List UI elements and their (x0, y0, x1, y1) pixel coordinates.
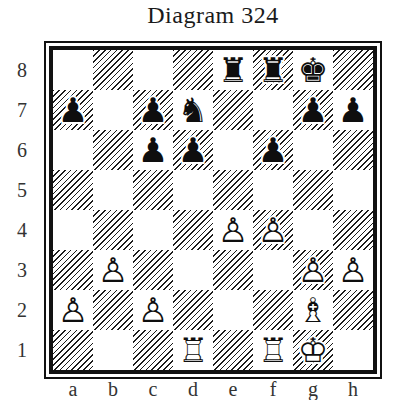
square-a5[interactable] (53, 170, 93, 210)
square-f2[interactable] (253, 290, 293, 330)
white-pawn[interactable]: ♟♙ (293, 250, 333, 290)
white-bishop[interactable]: ♝♗ (293, 290, 333, 330)
square-f7[interactable] (253, 90, 293, 130)
square-h4[interactable] (333, 210, 373, 250)
square-d5[interactable] (173, 170, 213, 210)
white-pawn[interactable]: ♟♙ (213, 210, 253, 250)
black-pawn[interactable]: ♟ (293, 90, 333, 130)
board-frame: ♜♜♚♟♟♞♟♟♟♟♟♟♙♟♙♟♙♟♙♟♙♟♙♟♙♝♗♜♖♜♖♚♔ (49, 46, 377, 374)
square-a4[interactable] (53, 210, 93, 250)
square-f4[interactable]: ♟♙ (253, 210, 293, 250)
square-h6[interactable] (333, 130, 373, 170)
white-rook[interactable]: ♜♖ (173, 330, 213, 370)
square-b6[interactable] (93, 130, 133, 170)
rank-label-8: 8 (8, 50, 36, 90)
square-a1[interactable] (53, 330, 93, 370)
black-rook[interactable]: ♜ (213, 50, 253, 90)
white-pawn[interactable]: ♟♙ (253, 210, 293, 250)
square-f1[interactable]: ♜♖ (253, 330, 293, 370)
square-d2[interactable] (173, 290, 213, 330)
square-f8[interactable]: ♜ (253, 50, 293, 90)
rank-label-2: 2 (8, 290, 36, 330)
square-h8[interactable] (333, 50, 373, 90)
square-e2[interactable] (213, 290, 253, 330)
square-a2[interactable]: ♟♙ (53, 290, 93, 330)
square-a7[interactable]: ♟ (53, 90, 93, 130)
file-labels: abcdefgh (53, 377, 373, 400)
square-b1[interactable] (93, 330, 133, 370)
square-c5[interactable] (133, 170, 173, 210)
rank-label-7: 7 (8, 90, 36, 130)
square-c2[interactable]: ♟♙ (133, 290, 173, 330)
black-pawn[interactable]: ♟ (333, 90, 373, 130)
square-d4[interactable] (173, 210, 213, 250)
square-c8[interactable] (133, 50, 173, 90)
square-g8[interactable]: ♚ (293, 50, 333, 90)
white-pawn[interactable]: ♟♙ (333, 250, 373, 290)
file-label-e: e (213, 377, 253, 400)
square-c7[interactable]: ♟ (133, 90, 173, 130)
chess-board: ♜♜♚♟♟♞♟♟♟♟♟♟♙♟♙♟♙♟♙♟♙♟♙♟♙♝♗♜♖♜♖♚♔ (44, 41, 382, 379)
file-label-a: a (53, 377, 93, 400)
white-rook[interactable]: ♜♖ (253, 330, 293, 370)
black-pawn[interactable]: ♟ (133, 130, 173, 170)
black-king[interactable]: ♚ (293, 50, 333, 90)
square-e7[interactable] (213, 90, 253, 130)
square-e6[interactable] (213, 130, 253, 170)
diagram-title: Diagram 324 (44, 2, 382, 29)
square-e4[interactable]: ♟♙ (213, 210, 253, 250)
square-g1[interactable]: ♚♔ (293, 330, 333, 370)
square-a6[interactable] (53, 130, 93, 170)
square-b7[interactable] (93, 90, 133, 130)
square-d6[interactable]: ♟ (173, 130, 213, 170)
file-label-d: d (173, 377, 213, 400)
square-f3[interactable] (253, 250, 293, 290)
rank-label-5: 5 (8, 170, 36, 210)
white-pawn[interactable]: ♟♙ (133, 290, 173, 330)
square-g5[interactable] (293, 170, 333, 210)
square-h3[interactable]: ♟♙ (333, 250, 373, 290)
square-d1[interactable]: ♜♖ (173, 330, 213, 370)
square-h7[interactable]: ♟ (333, 90, 373, 130)
black-pawn[interactable]: ♟ (173, 130, 213, 170)
rank-label-3: 3 (8, 250, 36, 290)
file-label-b: b (93, 377, 133, 400)
square-e1[interactable] (213, 330, 253, 370)
rank-label-6: 6 (8, 130, 36, 170)
file-label-h: h (333, 377, 373, 400)
square-b3[interactable]: ♟♙ (93, 250, 133, 290)
square-d8[interactable] (173, 50, 213, 90)
square-d3[interactable] (173, 250, 213, 290)
square-h5[interactable] (333, 170, 373, 210)
square-h2[interactable] (333, 290, 373, 330)
square-b2[interactable] (93, 290, 133, 330)
square-a8[interactable] (53, 50, 93, 90)
square-e8[interactable]: ♜ (213, 50, 253, 90)
black-pawn[interactable]: ♟ (133, 90, 173, 130)
rank-label-1: 1 (8, 330, 36, 370)
black-knight[interactable]: ♞ (173, 90, 213, 130)
white-pawn[interactable]: ♟♙ (93, 250, 133, 290)
file-label-g: g (293, 377, 333, 400)
black-pawn[interactable]: ♟ (253, 130, 293, 170)
square-b4[interactable] (93, 210, 133, 250)
rank-labels: 87654321 (8, 50, 36, 370)
square-c6[interactable]: ♟ (133, 130, 173, 170)
file-label-f: f (253, 377, 293, 400)
white-pawn[interactable]: ♟♙ (53, 290, 93, 330)
square-e3[interactable] (213, 250, 253, 290)
square-a3[interactable] (53, 250, 93, 290)
square-f6[interactable]: ♟ (253, 130, 293, 170)
white-king[interactable]: ♚♔ (293, 330, 333, 370)
black-pawn[interactable]: ♟ (53, 90, 93, 130)
square-g7[interactable]: ♟ (293, 90, 333, 130)
square-e5[interactable] (213, 170, 253, 210)
square-c3[interactable] (133, 250, 173, 290)
black-rook[interactable]: ♜ (253, 50, 293, 90)
square-c4[interactable] (133, 210, 173, 250)
square-g4[interactable] (293, 210, 333, 250)
square-h1[interactable] (333, 330, 373, 370)
square-g6[interactable] (293, 130, 333, 170)
file-label-c: c (133, 377, 173, 400)
square-d7[interactable]: ♞ (173, 90, 213, 130)
square-b5[interactable] (93, 170, 133, 210)
square-c1[interactable] (133, 330, 173, 370)
board-squares: ♜♜♚♟♟♞♟♟♟♟♟♟♙♟♙♟♙♟♙♟♙♟♙♟♙♝♗♜♖♜♖♚♔ (53, 50, 373, 370)
square-g2[interactable]: ♝♗ (293, 290, 333, 330)
square-b8[interactable] (93, 50, 133, 90)
square-f5[interactable] (253, 170, 293, 210)
rank-label-4: 4 (8, 210, 36, 250)
square-g3[interactable]: ♟♙ (293, 250, 333, 290)
